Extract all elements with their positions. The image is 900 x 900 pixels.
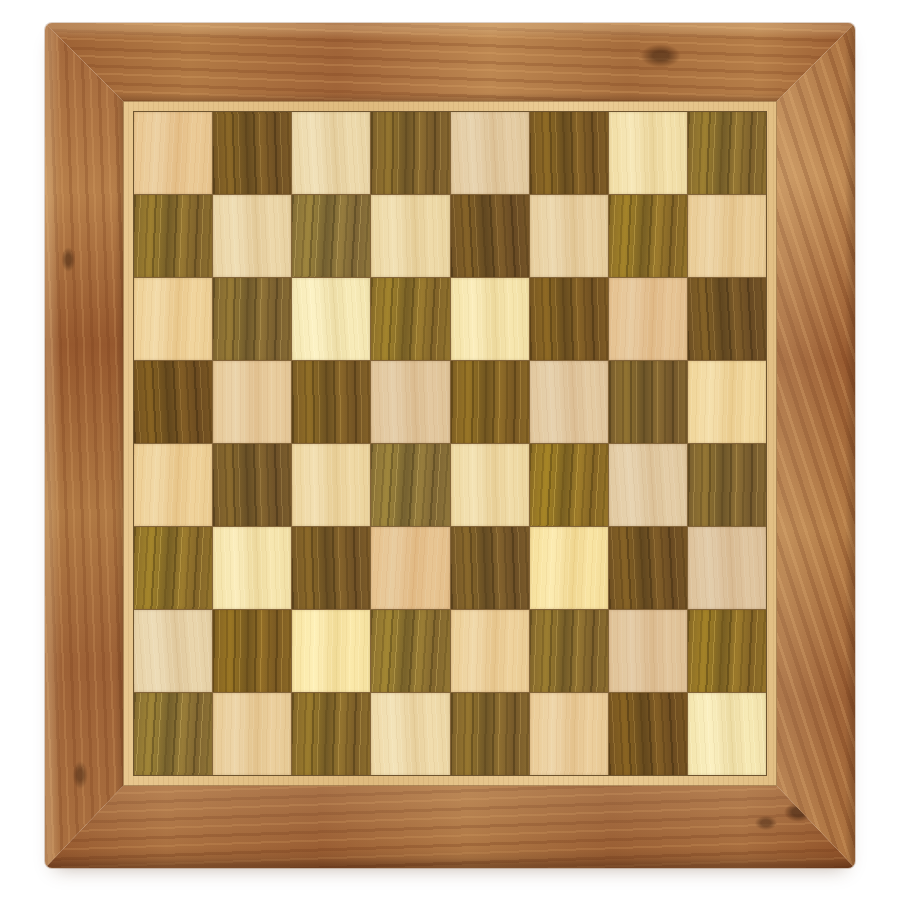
square-g7[interactable] bbox=[609, 195, 687, 277]
square-d3[interactable] bbox=[371, 527, 449, 609]
board-fillet-border bbox=[123, 101, 777, 786]
square-h3[interactable] bbox=[688, 527, 766, 609]
square-g2[interactable] bbox=[609, 610, 687, 692]
square-b5[interactable] bbox=[213, 361, 291, 443]
square-f4[interactable] bbox=[530, 444, 608, 526]
square-g4[interactable] bbox=[609, 444, 687, 526]
square-g6[interactable] bbox=[609, 278, 687, 360]
square-g3[interactable] bbox=[609, 527, 687, 609]
square-b3[interactable] bbox=[213, 527, 291, 609]
square-e1[interactable] bbox=[451, 693, 529, 775]
square-b8[interactable] bbox=[213, 112, 291, 194]
square-f8[interactable] bbox=[530, 112, 608, 194]
chess-board bbox=[45, 23, 855, 868]
square-c7[interactable] bbox=[292, 195, 370, 277]
square-d8[interactable] bbox=[371, 112, 449, 194]
square-c2[interactable] bbox=[292, 610, 370, 692]
square-b1[interactable] bbox=[213, 693, 291, 775]
square-c5[interactable] bbox=[292, 361, 370, 443]
square-b2[interactable] bbox=[213, 610, 291, 692]
square-b7[interactable] bbox=[213, 195, 291, 277]
square-e5[interactable] bbox=[451, 361, 529, 443]
square-g8[interactable] bbox=[609, 112, 687, 194]
square-a2[interactable] bbox=[134, 610, 212, 692]
square-h5[interactable] bbox=[688, 361, 766, 443]
square-h4[interactable] bbox=[688, 444, 766, 526]
square-h6[interactable] bbox=[688, 278, 766, 360]
square-e4[interactable] bbox=[451, 444, 529, 526]
square-e6[interactable] bbox=[451, 278, 529, 360]
square-h2[interactable] bbox=[688, 610, 766, 692]
square-a6[interactable] bbox=[134, 278, 212, 360]
square-d7[interactable] bbox=[371, 195, 449, 277]
square-d1[interactable] bbox=[371, 693, 449, 775]
square-a5[interactable] bbox=[134, 361, 212, 443]
square-f2[interactable] bbox=[530, 610, 608, 692]
square-b6[interactable] bbox=[213, 278, 291, 360]
board-frame-top bbox=[45, 23, 855, 101]
square-h1[interactable] bbox=[688, 693, 766, 775]
square-d5[interactable] bbox=[371, 361, 449, 443]
square-g5[interactable] bbox=[609, 361, 687, 443]
square-f1[interactable] bbox=[530, 693, 608, 775]
square-c1[interactable] bbox=[292, 693, 370, 775]
square-h8[interactable] bbox=[688, 112, 766, 194]
square-e3[interactable] bbox=[451, 527, 529, 609]
square-g1[interactable] bbox=[609, 693, 687, 775]
square-d4[interactable] bbox=[371, 444, 449, 526]
square-d2[interactable] bbox=[371, 610, 449, 692]
square-c8[interactable] bbox=[292, 112, 370, 194]
square-a4[interactable] bbox=[134, 444, 212, 526]
square-c3[interactable] bbox=[292, 527, 370, 609]
square-c4[interactable] bbox=[292, 444, 370, 526]
square-f3[interactable] bbox=[530, 527, 608, 609]
square-f7[interactable] bbox=[530, 195, 608, 277]
square-c6[interactable] bbox=[292, 278, 370, 360]
square-e2[interactable] bbox=[451, 610, 529, 692]
square-a8[interactable] bbox=[134, 112, 212, 194]
square-a1[interactable] bbox=[134, 693, 212, 775]
square-h7[interactable] bbox=[688, 195, 766, 277]
square-f6[interactable] bbox=[530, 278, 608, 360]
square-b4[interactable] bbox=[213, 444, 291, 526]
square-f5[interactable] bbox=[530, 361, 608, 443]
square-e7[interactable] bbox=[451, 195, 529, 277]
square-e8[interactable] bbox=[451, 112, 529, 194]
square-a3[interactable] bbox=[134, 527, 212, 609]
board-frame-bottom bbox=[45, 786, 855, 868]
board-frame-right bbox=[777, 23, 855, 868]
square-d6[interactable] bbox=[371, 278, 449, 360]
board-grid bbox=[133, 111, 767, 776]
square-a7[interactable] bbox=[134, 195, 212, 277]
board-frame-left bbox=[45, 23, 123, 868]
